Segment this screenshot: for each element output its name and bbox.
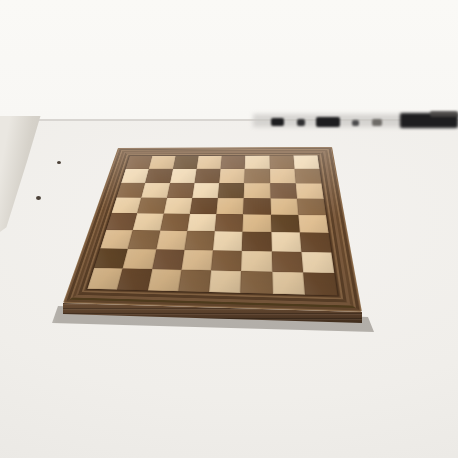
square-h1 — [303, 272, 338, 295]
background-object — [316, 117, 340, 127]
square-c2 — [152, 249, 184, 270]
square-d2 — [181, 250, 213, 271]
background-object — [271, 118, 284, 126]
square-d4 — [187, 214, 216, 232]
background-object — [372, 119, 382, 126]
square-c5 — [163, 198, 192, 214]
square-c3 — [156, 231, 187, 250]
square-f8 — [245, 156, 270, 169]
square-f7 — [244, 169, 269, 183]
square-b2 — [123, 249, 156, 269]
square-c6 — [167, 183, 195, 198]
square-e3 — [213, 231, 243, 250]
square-e8 — [221, 156, 246, 169]
square-b4 — [133, 213, 164, 230]
square-g6 — [270, 183, 297, 198]
square-b7 — [145, 169, 172, 183]
square-e7 — [219, 169, 245, 183]
square-g5 — [270, 198, 298, 215]
background-wall — [0, 0, 458, 121]
table-speck — [36, 196, 41, 200]
square-c7 — [170, 169, 197, 183]
square-d3 — [184, 231, 214, 250]
square-h3 — [300, 233, 332, 253]
table-speck — [57, 161, 61, 164]
square-f5 — [243, 198, 270, 214]
square-c8 — [173, 156, 199, 169]
square-g2 — [271, 251, 302, 272]
square-d8 — [196, 156, 221, 169]
square-b5 — [137, 197, 166, 213]
board-grid — [87, 155, 337, 295]
square-g7 — [269, 169, 295, 183]
square-f2 — [241, 251, 272, 272]
square-e4 — [215, 214, 244, 232]
square-c1 — [147, 269, 181, 291]
square-h6 — [296, 183, 324, 198]
square-b8 — [149, 156, 175, 169]
square-g4 — [271, 215, 300, 233]
square-f6 — [244, 183, 270, 198]
square-h7 — [294, 169, 321, 183]
square-b1 — [117, 268, 152, 290]
background-object — [352, 120, 359, 126]
square-e5 — [216, 198, 244, 214]
square-g1 — [272, 272, 305, 295]
square-d1 — [178, 270, 211, 293]
square-h4 — [298, 215, 328, 233]
square-e6 — [218, 183, 245, 198]
square-b3 — [128, 230, 160, 249]
square-g3 — [271, 232, 301, 251]
square-e1 — [209, 270, 241, 293]
square-h5 — [297, 198, 326, 215]
photo-scene — [0, 0, 458, 458]
square-d6 — [192, 183, 219, 198]
square-h2 — [301, 252, 334, 273]
background-object — [430, 111, 458, 117]
square-f4 — [243, 214, 271, 232]
background-object — [297, 119, 305, 126]
square-f1 — [241, 271, 273, 294]
square-c4 — [160, 214, 190, 231]
square-d5 — [190, 198, 218, 214]
square-h8 — [293, 155, 319, 168]
square-e2 — [211, 250, 242, 271]
square-d7 — [194, 169, 220, 183]
square-f3 — [242, 232, 271, 251]
square-b6 — [141, 183, 169, 198]
square-g8 — [269, 155, 294, 168]
